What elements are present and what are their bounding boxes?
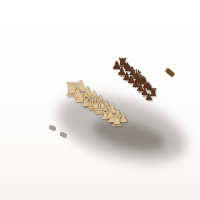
square-e5[interactable] — [120, 90, 131, 98]
piece-black-pawn[interactable]: ♟ — [145, 91, 153, 100]
square-b5[interactable] — [103, 77, 115, 86]
hinge-icon — [49, 125, 57, 131]
square-d5[interactable] — [114, 86, 125, 94]
clasp-latch[interactable] — [165, 67, 176, 77]
piece-white-rook[interactable]: ♜ — [110, 114, 124, 129]
chess-set-photo: ♜♞♝♛♚♝♞♜♟♟♟♟♟♟♟♟♟♟♟♟♟♟♟♟♜♞♝♛♚♝♞♜ — [0, 0, 200, 200]
hinge-icon — [60, 132, 68, 138]
square-a5[interactable] — [97, 72, 110, 81]
square-c5[interactable] — [109, 82, 121, 91]
